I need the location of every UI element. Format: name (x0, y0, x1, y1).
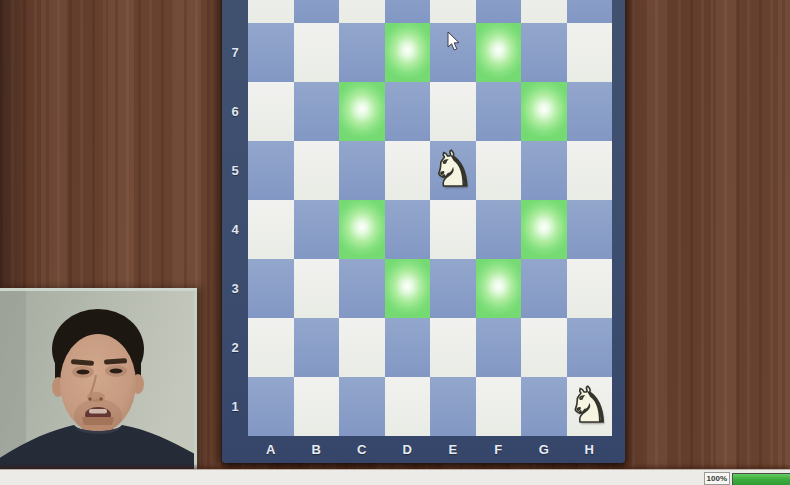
square-d2[interactable] (385, 318, 431, 377)
white-knight-h1[interactable]: ♞ (567, 381, 611, 430)
webcam-video (0, 288, 197, 485)
square-b2[interactable] (294, 318, 340, 377)
square-a5[interactable] (248, 141, 294, 200)
square-b6[interactable] (294, 82, 340, 141)
file-label-f: F (476, 436, 522, 463)
desktop-wood-background: { "game": "chess", "app": { "description… (0, 0, 790, 485)
square-h3[interactable] (567, 259, 613, 318)
progress-fill (733, 474, 790, 485)
chess-board-frame: 87654321 ♞♞ ABCDEFGH (222, 0, 625, 463)
square-f6[interactable] (476, 82, 522, 141)
square-f8[interactable] (476, 0, 522, 23)
square-e8[interactable] (430, 0, 476, 23)
square-a1[interactable] (248, 377, 294, 436)
square-d4[interactable] (385, 200, 431, 259)
square-f5[interactable] (476, 141, 522, 200)
square-a7[interactable] (248, 23, 294, 82)
square-a3[interactable] (248, 259, 294, 318)
square-d6[interactable] (385, 82, 431, 141)
rank-label-2: 2 (222, 318, 248, 377)
square-g5[interactable] (521, 141, 567, 200)
square-f1[interactable] (476, 377, 522, 436)
square-c3[interactable] (339, 259, 385, 318)
square-e3[interactable] (430, 259, 476, 318)
square-c8[interactable] (339, 0, 385, 23)
square-b5[interactable] (294, 141, 340, 200)
square-f4[interactable] (476, 200, 522, 259)
square-c5[interactable] (339, 141, 385, 200)
square-b3[interactable] (294, 259, 340, 318)
square-a4[interactable] (248, 200, 294, 259)
square-c7[interactable] (339, 23, 385, 82)
white-knight-e5[interactable]: ♞ (431, 145, 475, 194)
rank-label-8: 8 (222, 0, 248, 23)
square-b7[interactable] (294, 23, 340, 82)
square-d7[interactable] (385, 23, 431, 82)
rank-label-4: 4 (222, 200, 248, 259)
mouse-cursor-icon (447, 31, 461, 52)
progress-label: 100% (704, 472, 730, 485)
square-h8[interactable] (567, 0, 613, 23)
square-h1[interactable]: ♞ (567, 377, 613, 436)
square-g1[interactable] (521, 377, 567, 436)
square-f2[interactable] (476, 318, 522, 377)
square-b4[interactable] (294, 200, 340, 259)
square-h7[interactable] (567, 23, 613, 82)
square-g6[interactable] (521, 82, 567, 141)
square-a2[interactable] (248, 318, 294, 377)
square-g7[interactable] (521, 23, 567, 82)
status-bar: 100% (0, 470, 790, 485)
square-c4[interactable] (339, 200, 385, 259)
square-f7[interactable] (476, 23, 522, 82)
square-e6[interactable] (430, 82, 476, 141)
square-h6[interactable] (567, 82, 613, 141)
square-d8[interactable] (385, 0, 431, 23)
square-a8[interactable] (248, 0, 294, 23)
square-h5[interactable] (567, 141, 613, 200)
file-label-a: A (248, 436, 294, 463)
square-g3[interactable] (521, 259, 567, 318)
square-d1[interactable] (385, 377, 431, 436)
rank-label-3: 3 (222, 259, 248, 318)
progress-bar (732, 473, 790, 485)
file-label-h: H (567, 436, 613, 463)
square-d3[interactable] (385, 259, 431, 318)
square-a6[interactable] (248, 82, 294, 141)
square-e4[interactable] (430, 200, 476, 259)
rank-labels: 87654321 (222, 0, 248, 436)
square-b8[interactable] (294, 0, 340, 23)
file-label-g: G (521, 436, 567, 463)
file-labels: ABCDEFGH (248, 436, 612, 463)
square-f3[interactable] (476, 259, 522, 318)
square-g8[interactable] (521, 0, 567, 23)
file-label-c: C (339, 436, 385, 463)
square-e5[interactable]: ♞ (430, 141, 476, 200)
square-c1[interactable] (339, 377, 385, 436)
rank-label-5: 5 (222, 141, 248, 200)
file-label-e: E (430, 436, 476, 463)
rank-label-7: 7 (222, 23, 248, 82)
presenter-portrait (0, 291, 194, 485)
rank-label-1: 1 (222, 377, 248, 436)
square-b1[interactable] (294, 377, 340, 436)
square-d5[interactable] (385, 141, 431, 200)
square-h4[interactable] (567, 200, 613, 259)
square-c6[interactable] (339, 82, 385, 141)
square-g4[interactable] (521, 200, 567, 259)
file-label-b: B (294, 436, 340, 463)
square-e1[interactable] (430, 377, 476, 436)
square-g2[interactable] (521, 318, 567, 377)
board-grid[interactable]: ♞♞ (248, 0, 612, 436)
square-c2[interactable] (339, 318, 385, 377)
rank-label-6: 6 (222, 82, 248, 141)
square-e2[interactable] (430, 318, 476, 377)
file-label-d: D (385, 436, 431, 463)
square-h2[interactable] (567, 318, 613, 377)
